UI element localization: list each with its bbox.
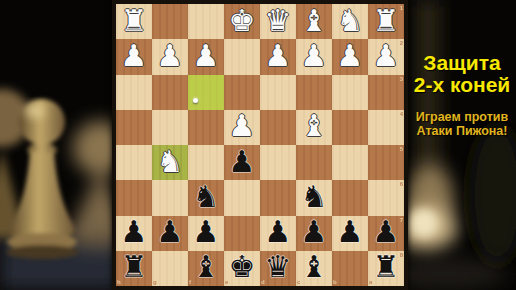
white-pawn-d2[interactable]: ♟ [265, 41, 292, 71]
square-a4[interactable]: 4 [368, 110, 404, 145]
white-pawn-a2[interactable]: ♟ [373, 41, 400, 71]
black-pawn-e5[interactable]: ♟ [229, 147, 256, 177]
black-pawn-a7[interactable]: ♟ [373, 217, 400, 247]
black-pawn-h7[interactable]: ♟ [121, 217, 148, 247]
square-h4[interactable] [116, 110, 152, 145]
square-g3[interactable] [152, 75, 188, 110]
square-b4[interactable] [332, 110, 368, 145]
square-f8[interactable]: ♝f [188, 251, 224, 286]
square-b5[interactable] [332, 145, 368, 180]
black-bishop-f8[interactable]: ♝ [193, 252, 220, 282]
square-c6[interactable]: ♞ [296, 180, 332, 215]
square-g6[interactable] [152, 180, 188, 215]
square-h6[interactable] [116, 180, 152, 215]
square-g4[interactable] [152, 110, 188, 145]
white-rook-a1[interactable]: ♜ [373, 6, 400, 36]
mouse-cursor [193, 98, 198, 103]
square-d3[interactable] [260, 75, 296, 110]
black-pawn-d7[interactable]: ♟ [265, 217, 292, 247]
black-rook-h8[interactable]: ♜ [121, 252, 148, 282]
chess-board: ♜♚♛♝♞♜1♟♟♟♟♟♟♟23♟♝4♞♟5♞♞6♟♟♟♟♟♟♟7♜hg♝f♚e… [116, 4, 404, 286]
black-king-e8[interactable]: ♚ [229, 252, 256, 282]
square-h1[interactable]: ♜ [116, 4, 152, 39]
white-knight-b1[interactable]: ♞ [337, 6, 364, 36]
black-knight-c6[interactable]: ♞ [301, 182, 328, 212]
square-b7[interactable]: ♟ [332, 216, 368, 251]
coord-rank-2: 2 [400, 40, 403, 46]
square-c7[interactable]: ♟ [296, 216, 332, 251]
square-a7[interactable]: ♟7 [368, 216, 404, 251]
black-knight-f6[interactable]: ♞ [193, 182, 220, 212]
white-pawn-f2[interactable]: ♟ [193, 41, 220, 71]
square-c8[interactable]: ♝c [296, 251, 332, 286]
black-pawn-c7[interactable]: ♟ [301, 217, 328, 247]
black-queen-d8[interactable]: ♛ [265, 252, 292, 282]
square-a2[interactable]: ♟2 [368, 39, 404, 74]
white-queen-d1[interactable]: ♛ [265, 6, 292, 36]
square-f1[interactable] [188, 4, 224, 39]
square-h2[interactable]: ♟ [116, 39, 152, 74]
square-g8[interactable]: g [152, 251, 188, 286]
square-h5[interactable] [116, 145, 152, 180]
coord-file-f: f [189, 279, 191, 285]
square-a5[interactable]: 5 [368, 145, 404, 180]
black-pawn-b7[interactable]: ♟ [337, 217, 364, 247]
coord-file-d: d [261, 279, 265, 285]
black-rook-a8[interactable]: ♜ [373, 252, 400, 282]
square-c4[interactable]: ♝ [296, 110, 332, 145]
coord-rank-5: 5 [400, 146, 403, 152]
square-d8[interactable]: ♛d [260, 251, 296, 286]
black-bishop-c8[interactable]: ♝ [301, 252, 328, 282]
square-b8[interactable]: b [332, 251, 368, 286]
square-f4[interactable] [188, 110, 224, 145]
app: ♜♚♛♝♞♜1♟♟♟♟♟♟♟23♟♝4♞♟5♞♞6♟♟♟♟♟♟♟7♜hg♝f♚e… [0, 0, 516, 290]
square-e5[interactable]: ♟ [224, 145, 260, 180]
square-a3[interactable]: 3 [368, 75, 404, 110]
square-d4[interactable] [260, 110, 296, 145]
black-pawn-g7[interactable]: ♟ [157, 217, 184, 247]
square-f3[interactable] [188, 75, 224, 110]
square-f7[interactable]: ♟ [188, 216, 224, 251]
coord-file-h: h [117, 279, 121, 285]
square-e3[interactable] [224, 75, 260, 110]
square-c5[interactable] [296, 145, 332, 180]
white-pawn-g2[interactable]: ♟ [157, 41, 184, 71]
square-d1[interactable]: ♛ [260, 4, 296, 39]
square-d6[interactable] [260, 180, 296, 215]
square-b2[interactable]: ♟ [332, 39, 368, 74]
square-c1[interactable]: ♝ [296, 4, 332, 39]
square-e2[interactable] [224, 39, 260, 74]
white-bishop-c4[interactable]: ♝ [301, 111, 328, 141]
coord-rank-4: 4 [400, 111, 403, 117]
white-knight-g5[interactable]: ♞ [157, 147, 184, 177]
white-bishop-c1[interactable]: ♝ [301, 6, 328, 36]
square-d5[interactable] [260, 145, 296, 180]
caption-subtitle-line2: Атаки Пижона! [408, 124, 516, 138]
caption-title: Защита 2-х коней [408, 52, 516, 97]
square-a8[interactable]: ♜8a [368, 251, 404, 286]
square-b3[interactable] [332, 75, 368, 110]
square-e8[interactable]: ♚e [224, 251, 260, 286]
square-e6[interactable] [224, 180, 260, 215]
square-f6[interactable]: ♞ [188, 180, 224, 215]
caption-subtitle: Играем против Атаки Пижона! [408, 110, 516, 139]
white-pawn-e4[interactable]: ♟ [229, 111, 256, 141]
square-e1[interactable]: ♚ [224, 4, 260, 39]
square-a6[interactable]: 6 [368, 180, 404, 215]
board-frame: ♜♚♛♝♞♜1♟♟♟♟♟♟♟23♟♝4♞♟5♞♞6♟♟♟♟♟♟♟7♜hg♝f♚e… [112, 0, 408, 290]
caption-title-line2: 2-х коней [408, 74, 516, 96]
coord-rank-6: 6 [400, 181, 403, 187]
white-king-e1[interactable]: ♚ [229, 6, 256, 36]
coord-file-a: a [369, 279, 372, 285]
coord-rank-7: 7 [400, 217, 403, 223]
caption-subtitle-line1: Играем против [408, 110, 516, 124]
square-c3[interactable] [296, 75, 332, 110]
coord-rank-3: 3 [400, 76, 403, 82]
square-b6[interactable] [332, 180, 368, 215]
coord-rank-1: 1 [400, 5, 403, 11]
square-c2[interactable]: ♟ [296, 39, 332, 74]
white-pawn-c2[interactable]: ♟ [301, 41, 328, 71]
coord-file-g: g [153, 279, 157, 285]
square-h3[interactable] [116, 75, 152, 110]
square-h7[interactable]: ♟ [116, 216, 152, 251]
square-e4[interactable]: ♟ [224, 110, 260, 145]
caption-title-line1: Защита [408, 52, 516, 74]
white-pawn-b2[interactable]: ♟ [337, 41, 364, 71]
square-a1[interactable]: ♜1 [368, 4, 404, 39]
square-b1[interactable]: ♞ [332, 4, 368, 39]
square-f5[interactable] [188, 145, 224, 180]
square-g5[interactable]: ♞ [152, 145, 188, 180]
coord-file-b: b [333, 279, 337, 285]
square-f2[interactable]: ♟ [188, 39, 224, 74]
white-rook-h1[interactable]: ♜ [121, 6, 148, 36]
square-e7[interactable] [224, 216, 260, 251]
square-g1[interactable] [152, 4, 188, 39]
square-g2[interactable]: ♟ [152, 39, 188, 74]
coord-file-c: c [297, 279, 300, 285]
caption-panel: Защита 2-х коней Играем против Атаки Пиж… [408, 0, 516, 290]
square-g7[interactable]: ♟ [152, 216, 188, 251]
black-pawn-f7[interactable]: ♟ [193, 217, 220, 247]
coord-file-e: e [225, 279, 228, 285]
square-d2[interactable]: ♟ [260, 39, 296, 74]
square-d7[interactable]: ♟ [260, 216, 296, 251]
white-pawn-h2[interactable]: ♟ [121, 41, 148, 71]
coord-rank-8: 8 [400, 252, 403, 258]
square-h8[interactable]: ♜h [116, 251, 152, 286]
